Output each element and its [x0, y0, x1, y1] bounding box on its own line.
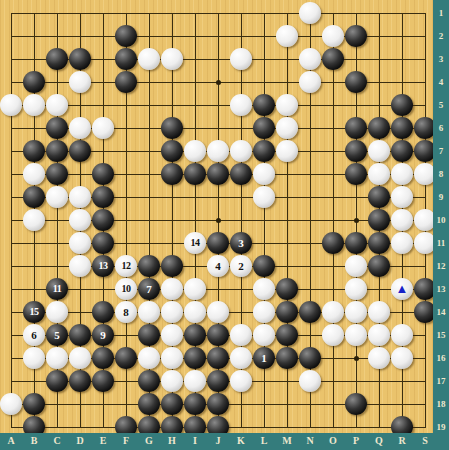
move-number-label: 13	[99, 261, 108, 271]
white-stone-D9	[69, 186, 91, 208]
row-label-14: 14	[433, 307, 449, 317]
black-stone-M16	[276, 347, 298, 369]
black-stone-P4	[345, 71, 367, 93]
black-stone-R7	[391, 140, 413, 162]
move-number-label: 8	[123, 307, 129, 318]
column-label-E: E	[96, 435, 110, 446]
move-number-label: 10	[122, 284, 131, 294]
black-stone-R5	[391, 94, 413, 116]
white-stone-D4	[69, 71, 91, 93]
column-label-C: C	[50, 435, 64, 446]
black-stone-E9	[92, 186, 114, 208]
white-stone-D10	[69, 209, 91, 231]
black-stone-H6	[161, 117, 183, 139]
black-stone-C8	[46, 163, 68, 185]
move-number-label: 9	[100, 330, 106, 341]
black-stone-R6	[391, 117, 413, 139]
move-number-label: 6	[31, 330, 37, 341]
black-stone-I16	[184, 347, 206, 369]
black-stone-F2	[115, 25, 137, 47]
black-stone-L12	[253, 255, 275, 277]
row-label-8: 8	[433, 169, 449, 179]
white-stone-L15	[253, 324, 275, 346]
black-stone-B7	[23, 140, 45, 162]
white-stone-L13	[253, 278, 275, 300]
row-label-2: 2	[433, 31, 449, 41]
white-stone-I14	[184, 301, 206, 323]
black-stone-F16	[115, 347, 137, 369]
black-stone-J17	[207, 370, 229, 392]
black-stone-M14	[276, 301, 298, 323]
white-stone-H13	[161, 278, 183, 300]
move-number-label: 15	[30, 307, 39, 317]
row-coordinates-strip: 12345678910111213141516171819	[433, 0, 449, 433]
white-stone-Q15	[368, 324, 390, 346]
move-number-label: 1	[261, 353, 267, 364]
white-stone-K7	[230, 140, 252, 162]
black-stone-Q6	[368, 117, 390, 139]
white-stone-K5	[230, 94, 252, 116]
black-stone-E17	[92, 370, 114, 392]
row-label-3: 3	[433, 54, 449, 64]
white-stone-N3	[299, 48, 321, 70]
black-stone-P8	[345, 163, 367, 185]
white-stone-M7	[276, 140, 298, 162]
black-stone-N14	[299, 301, 321, 323]
column-label-L: L	[257, 435, 271, 446]
row-label-16: 16	[433, 353, 449, 363]
black-stone-G18	[138, 393, 160, 415]
black-stone-F3	[115, 48, 137, 70]
white-stone-P13	[345, 278, 367, 300]
black-stone-O11	[322, 232, 344, 254]
black-stone-F4	[115, 71, 137, 93]
white-stone-A5	[0, 94, 22, 116]
white-stone-I11: 14	[184, 232, 206, 254]
white-stone-I17	[184, 370, 206, 392]
black-stone-B4	[23, 71, 45, 93]
black-stone-B9	[23, 186, 45, 208]
black-stone-B14: 15	[23, 301, 45, 323]
white-stone-D11	[69, 232, 91, 254]
column-label-K: K	[234, 435, 248, 446]
column-label-P: P	[349, 435, 363, 446]
white-stone-R8	[391, 163, 413, 185]
white-stone-R10	[391, 209, 413, 231]
black-stone-E14	[92, 301, 114, 323]
row-label-5: 5	[433, 100, 449, 110]
white-stone-A18	[0, 393, 22, 415]
black-stone-Q12	[368, 255, 390, 277]
row-label-15: 15	[433, 330, 449, 340]
black-stone-P2	[345, 25, 367, 47]
row-label-6: 6	[433, 123, 449, 133]
row-label-4: 4	[433, 77, 449, 87]
white-stone-R15	[391, 324, 413, 346]
black-stone-M15	[276, 324, 298, 346]
move-number-label: 4	[215, 261, 221, 272]
white-stone-G14	[138, 301, 160, 323]
white-stone-F12: 12	[115, 255, 137, 277]
row-label-19: 19	[433, 422, 449, 432]
row-label-9: 9	[433, 192, 449, 202]
black-stone-I8	[184, 163, 206, 185]
black-stone-L16: 1	[253, 347, 275, 369]
white-stone-H3	[161, 48, 183, 70]
column-coordinates-strip: ABCDEFGHIJKLMNOPQRS	[0, 433, 449, 450]
black-stone-K11: 3	[230, 232, 252, 254]
black-stone-K8	[230, 163, 252, 185]
white-stone-K12: 2	[230, 255, 252, 277]
column-label-R: R	[395, 435, 409, 446]
black-stone-L7	[253, 140, 275, 162]
column-label-A: A	[4, 435, 18, 446]
move-number-label: 3	[238, 238, 244, 249]
black-stone-I18	[184, 393, 206, 415]
hoshi-point-P10	[354, 218, 359, 223]
white-stone-L14	[253, 301, 275, 323]
black-stone-J11	[207, 232, 229, 254]
white-stone-P14	[345, 301, 367, 323]
hoshi-point-J10	[216, 218, 221, 223]
white-stone-G3	[138, 48, 160, 70]
black-stone-M13	[276, 278, 298, 300]
column-label-S: S	[418, 435, 432, 446]
white-stone-K15	[230, 324, 252, 346]
black-stone-C3	[46, 48, 68, 70]
white-stone-H15	[161, 324, 183, 346]
move-number-label: 11	[53, 284, 61, 294]
go-board[interactable]: 14313124211107▲1586591	[0, 0, 433, 433]
white-stone-C14	[46, 301, 68, 323]
white-stone-O15	[322, 324, 344, 346]
move-number-label: 2	[238, 261, 244, 272]
black-stone-C15: 5	[46, 324, 68, 346]
white-stone-C16	[46, 347, 68, 369]
white-stone-C5	[46, 94, 68, 116]
black-stone-D17	[69, 370, 91, 392]
white-stone-I7	[184, 140, 206, 162]
black-stone-D7	[69, 140, 91, 162]
white-stone-B16	[23, 347, 45, 369]
white-stone-M5	[276, 94, 298, 116]
white-stone-M2	[276, 25, 298, 47]
black-stone-C6	[46, 117, 68, 139]
column-label-D: D	[73, 435, 87, 446]
black-stone-H12	[161, 255, 183, 277]
column-label-H: H	[165, 435, 179, 446]
column-label-B: B	[27, 435, 41, 446]
column-label-I: I	[188, 435, 202, 446]
white-stone-Q14	[368, 301, 390, 323]
black-stone-H7	[161, 140, 183, 162]
white-stone-E6	[92, 117, 114, 139]
hoshi-point-J4	[216, 80, 221, 85]
black-stone-G13: 7	[138, 278, 160, 300]
black-stone-E10	[92, 209, 114, 231]
row-label-18: 18	[433, 399, 449, 409]
column-label-F: F	[119, 435, 133, 446]
white-stone-J12: 4	[207, 255, 229, 277]
black-stone-P6	[345, 117, 367, 139]
row-label-11: 11	[433, 238, 449, 248]
black-stone-P18	[345, 393, 367, 415]
white-stone-D12	[69, 255, 91, 277]
white-stone-K16	[230, 347, 252, 369]
go-board-screenshot: 14313124211107▲1586591 ABCDEFGHIJKLMNOPQ…	[0, 0, 449, 450]
white-stone-B5	[23, 94, 45, 116]
white-stone-L8	[253, 163, 275, 185]
white-stone-N4	[299, 71, 321, 93]
white-stone-P12	[345, 255, 367, 277]
white-stone-Q8	[368, 163, 390, 185]
white-stone-K3	[230, 48, 252, 70]
black-stone-Q11	[368, 232, 390, 254]
black-stone-G15	[138, 324, 160, 346]
black-stone-J8	[207, 163, 229, 185]
white-stone-N17	[299, 370, 321, 392]
black-stone-E11	[92, 232, 114, 254]
column-label-O: O	[326, 435, 340, 446]
black-stone-N16	[299, 347, 321, 369]
row-label-13: 13	[433, 284, 449, 294]
white-stone-D6	[69, 117, 91, 139]
black-stone-B18	[23, 393, 45, 415]
column-label-Q: Q	[372, 435, 386, 446]
black-stone-I15	[184, 324, 206, 346]
white-stone-F13: 10	[115, 278, 137, 300]
black-stone-P11	[345, 232, 367, 254]
black-stone-J15	[207, 324, 229, 346]
white-stone-J14	[207, 301, 229, 323]
white-stone-C9	[46, 186, 68, 208]
white-stone-H17	[161, 370, 183, 392]
white-stone-R13: ▲	[391, 278, 413, 300]
white-stone-K17	[230, 370, 252, 392]
black-stone-H8	[161, 163, 183, 185]
white-stone-O14	[322, 301, 344, 323]
black-stone-E15: 9	[92, 324, 114, 346]
move-number-label: 5	[54, 330, 60, 341]
column-label-G: G	[142, 435, 156, 446]
black-stone-L6	[253, 117, 275, 139]
white-stone-R9	[391, 186, 413, 208]
column-label-J: J	[211, 435, 225, 446]
white-stone-J7	[207, 140, 229, 162]
black-stone-L5	[253, 94, 275, 116]
white-stone-L9	[253, 186, 275, 208]
move-number-label: 12	[122, 261, 131, 271]
white-stone-B15: 6	[23, 324, 45, 346]
row-label-10: 10	[433, 215, 449, 225]
white-stone-M6	[276, 117, 298, 139]
white-stone-I13	[184, 278, 206, 300]
white-stone-Q7	[368, 140, 390, 162]
black-stone-G12	[138, 255, 160, 277]
black-stone-J16	[207, 347, 229, 369]
white-stone-R11	[391, 232, 413, 254]
black-stone-E16	[92, 347, 114, 369]
black-stone-G17	[138, 370, 160, 392]
white-stone-P15	[345, 324, 367, 346]
black-stone-O3	[322, 48, 344, 70]
white-stone-Q16	[368, 347, 390, 369]
black-stone-D15	[69, 324, 91, 346]
column-label-M: M	[280, 435, 294, 446]
white-stone-F14: 8	[115, 301, 137, 323]
white-stone-D16	[69, 347, 91, 369]
black-stone-Q9	[368, 186, 390, 208]
row-label-12: 12	[433, 261, 449, 271]
white-stone-O2	[322, 25, 344, 47]
white-stone-N1	[299, 2, 321, 24]
move-number-label: 14	[191, 238, 200, 248]
black-stone-E8	[92, 163, 114, 185]
white-stone-H14	[161, 301, 183, 323]
white-stone-R16	[391, 347, 413, 369]
black-stone-C17	[46, 370, 68, 392]
row-label-1: 1	[433, 8, 449, 18]
black-stone-Q10	[368, 209, 390, 231]
triangle-marker-icon: ▲	[396, 282, 409, 295]
white-stone-G16	[138, 347, 160, 369]
white-stone-H16	[161, 347, 183, 369]
move-number-label: 7	[146, 284, 152, 295]
black-stone-E12: 13	[92, 255, 114, 277]
black-stone-H18	[161, 393, 183, 415]
row-label-17: 17	[433, 376, 449, 386]
black-stone-C7	[46, 140, 68, 162]
black-stone-P7	[345, 140, 367, 162]
hoshi-point-P16	[354, 356, 359, 361]
black-stone-D3	[69, 48, 91, 70]
black-stone-J18	[207, 393, 229, 415]
black-stone-C13: 11	[46, 278, 68, 300]
row-label-7: 7	[433, 146, 449, 156]
column-label-N: N	[303, 435, 317, 446]
white-stone-B8	[23, 163, 45, 185]
white-stone-B10	[23, 209, 45, 231]
